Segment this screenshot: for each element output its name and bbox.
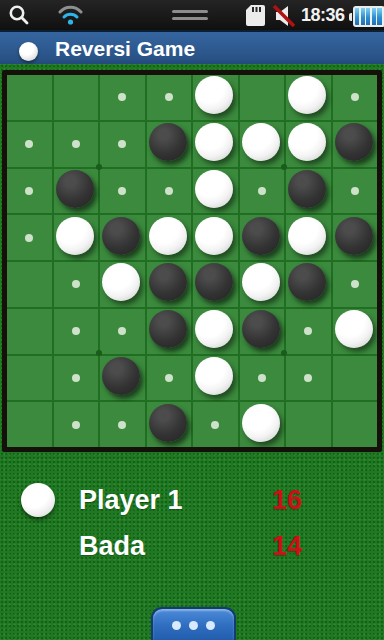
app-disc-icon (19, 42, 38, 61)
board-cell-h7[interactable] (333, 356, 378, 401)
board-cell-h1[interactable] (333, 75, 378, 120)
board-cell-c7[interactable] (100, 356, 145, 401)
board-cell-b8[interactable] (54, 402, 99, 447)
white-disc (335, 310, 373, 348)
white-disc (195, 357, 233, 395)
black-disc (102, 357, 140, 395)
board-cell-d3[interactable] (147, 169, 192, 214)
board-grid (7, 75, 377, 447)
white-disc (242, 123, 280, 161)
board-cell-d5[interactable] (147, 262, 192, 307)
clock-time: 18:36 (301, 0, 345, 30)
board-cell-g8[interactable] (286, 402, 331, 447)
black-disc (56, 170, 94, 208)
board-cell-d6[interactable] (147, 309, 192, 354)
board-cell-a6[interactable] (7, 309, 52, 354)
board-star-point (96, 164, 102, 170)
board-cell-c8[interactable] (100, 402, 145, 447)
board-cell-g2[interactable] (286, 122, 331, 167)
white-disc (195, 123, 233, 161)
board-cell-g7[interactable] (286, 356, 331, 401)
board-cell-c4[interactable] (100, 215, 145, 260)
white-disc (288, 76, 326, 114)
wifi-icon (58, 4, 83, 26)
board-cell-h2[interactable] (333, 122, 378, 167)
board-cell-f8[interactable] (240, 402, 285, 447)
white-disc (288, 123, 326, 161)
reversi-board (2, 70, 382, 452)
black-disc (242, 310, 280, 348)
player1-white-disc-icon (21, 483, 55, 517)
move-hint-dot (118, 140, 126, 148)
board-cell-e5[interactable] (193, 262, 238, 307)
board-cell-f3[interactable] (240, 169, 285, 214)
board-cell-b6[interactable] (54, 309, 99, 354)
board-cell-d7[interactable] (147, 356, 192, 401)
board-cell-b2[interactable] (54, 122, 99, 167)
board-cell-h8[interactable] (333, 402, 378, 447)
search-icon[interactable] (8, 4, 30, 26)
board-cell-h3[interactable] (333, 169, 378, 214)
board-cell-d1[interactable] (147, 75, 192, 120)
board-cell-c3[interactable] (100, 169, 145, 214)
white-disc (56, 217, 94, 255)
board-cell-a8[interactable] (7, 402, 52, 447)
board-cell-f1[interactable] (240, 75, 285, 120)
menu-button[interactable] (151, 607, 236, 640)
board-cell-d8[interactable] (147, 402, 192, 447)
black-disc (149, 263, 187, 301)
board-cell-c2[interactable] (100, 122, 145, 167)
board-cell-g1[interactable] (286, 75, 331, 120)
black-disc (102, 217, 140, 255)
black-disc (195, 263, 233, 301)
board-cell-h6[interactable] (333, 309, 378, 354)
move-hint-dot (72, 280, 80, 288)
board-star-point (96, 350, 102, 356)
player1-name: Player 1 (79, 485, 183, 516)
move-hint-dot (72, 374, 80, 382)
white-disc (195, 217, 233, 255)
board-cell-f2[interactable] (240, 122, 285, 167)
white-disc (288, 217, 326, 255)
menu-dot (206, 621, 215, 630)
move-hint-dot (25, 140, 33, 148)
black-disc (149, 310, 187, 348)
player2-name: Bada (79, 531, 145, 562)
move-hint-dot (351, 187, 359, 195)
board-cell-e3[interactable] (193, 169, 238, 214)
move-hint-dot (165, 187, 173, 195)
white-disc (242, 263, 280, 301)
player2-score: 14 (272, 531, 302, 562)
board-cell-a1[interactable] (7, 75, 52, 120)
board-cell-h5[interactable] (333, 262, 378, 307)
board-cell-a4[interactable] (7, 215, 52, 260)
move-hint-dot (72, 327, 80, 335)
board-cell-b7[interactable] (54, 356, 99, 401)
board-cell-d2[interactable] (147, 122, 192, 167)
board-cell-g5[interactable] (286, 262, 331, 307)
move-hint-dot (211, 421, 219, 429)
board-cell-e6[interactable] (193, 309, 238, 354)
sd-card-icon (245, 4, 266, 27)
white-disc (195, 76, 233, 114)
move-hint-dot (165, 374, 173, 382)
white-disc (195, 310, 233, 348)
move-hint-dot (304, 374, 312, 382)
board-cell-e2[interactable] (193, 122, 238, 167)
black-disc (288, 263, 326, 301)
black-disc (288, 170, 326, 208)
board-cell-c1[interactable] (100, 75, 145, 120)
board-cell-g6[interactable] (286, 309, 331, 354)
black-disc (335, 217, 373, 255)
board-cell-a5[interactable] (7, 262, 52, 307)
black-disc (242, 217, 280, 255)
board-cell-f4[interactable] (240, 215, 285, 260)
move-hint-dot (118, 93, 126, 101)
move-hint-dot (118, 421, 126, 429)
move-hint-dot (258, 187, 266, 195)
board-cell-a7[interactable] (7, 356, 52, 401)
black-disc (149, 123, 187, 161)
board-cell-b5[interactable] (54, 262, 99, 307)
board-cell-f5[interactable] (240, 262, 285, 307)
title-bar: Reversi Game (0, 30, 384, 64)
white-disc (195, 170, 233, 208)
move-hint-dot (25, 187, 33, 195)
phone-screen: 18:36 Reversi Game Player 1 16 Bada 14 (0, 0, 384, 640)
move-hint-dot (304, 327, 312, 335)
notification-handle-icon[interactable] (172, 10, 208, 24)
board-star-point (281, 164, 287, 170)
move-hint-dot (258, 374, 266, 382)
board-cell-e4[interactable] (193, 215, 238, 260)
white-disc (149, 217, 187, 255)
board-cell-b4[interactable] (54, 215, 99, 260)
battery-icon (349, 6, 384, 27)
black-disc (149, 404, 187, 442)
board-cell-g3[interactable] (286, 169, 331, 214)
board-cell-a3[interactable] (7, 169, 52, 214)
board-cell-h4[interactable] (333, 215, 378, 260)
board-cell-e8[interactable] (193, 402, 238, 447)
white-disc (242, 404, 280, 442)
white-disc (102, 263, 140, 301)
board-cell-b1[interactable] (54, 75, 99, 120)
move-hint-dot (351, 93, 359, 101)
board-cell-f7[interactable] (240, 356, 285, 401)
move-hint-dot (118, 327, 126, 335)
status-bar: 18:36 (0, 0, 384, 30)
board-cell-e7[interactable] (193, 356, 238, 401)
menu-dot (189, 621, 198, 630)
move-hint-dot (25, 234, 33, 242)
board-cell-b3[interactable] (54, 169, 99, 214)
move-hint-dot (72, 421, 80, 429)
player1-score: 16 (272, 485, 302, 516)
board-cell-e1[interactable] (193, 75, 238, 120)
board-cell-g4[interactable] (286, 215, 331, 260)
move-hint-dot (351, 280, 359, 288)
move-hint-dot (72, 140, 80, 148)
board-cell-f6[interactable] (240, 309, 285, 354)
move-hint-dot (118, 187, 126, 195)
page-title: Reversi Game (55, 32, 195, 64)
board-cell-a2[interactable] (7, 122, 52, 167)
menu-dot (172, 621, 181, 630)
board-cell-c6[interactable] (100, 309, 145, 354)
mute-icon (271, 4, 297, 28)
black-disc (335, 123, 373, 161)
move-hint-dot (165, 93, 173, 101)
board-star-point (281, 350, 287, 356)
board-cell-c5[interactable] (100, 262, 145, 307)
board-cell-d4[interactable] (147, 215, 192, 260)
